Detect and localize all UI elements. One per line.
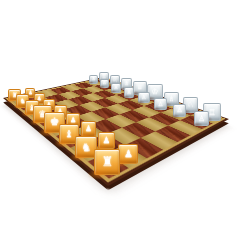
king-glyph: ♔ (151, 88, 158, 96)
king-glyph: ♚ (50, 117, 60, 128)
rook-glyph: ♖ (208, 108, 216, 117)
pawn-glyph: ♙ (177, 107, 183, 114)
bishop-glyph: ♗ (124, 81, 129, 87)
pawn-glyph: ♙ (127, 90, 132, 95)
white-pawn-cube[interactable]: ♙ (89, 75, 98, 84)
pawn-glyph: ♟ (124, 149, 133, 159)
pieces-layer: ♜♞♝♛♚♝♞♜♟♟♟♟♟♟♟♟♙♙♙♙♙♙♙♙♖♘♗♕♔♗♘♖ (0, 0, 240, 240)
white-pawn-cube[interactable]: ♙ (100, 79, 109, 88)
pawn-glyph: ♙ (102, 81, 106, 86)
white-pawn-cube[interactable]: ♙ (138, 92, 149, 103)
pawn-glyph: ♙ (158, 101, 164, 107)
white-pawn-cube[interactable]: ♙ (154, 98, 166, 110)
black-rook-cube[interactable]: ♜ (94, 149, 120, 175)
pawn-glyph: ♙ (114, 85, 118, 90)
pawn-glyph: ♙ (198, 115, 205, 123)
pawn-glyph: ♟ (103, 136, 111, 145)
black-pawn-cube[interactable]: ♟ (118, 144, 138, 164)
queen-glyph: ♕ (137, 84, 143, 91)
bishop-glyph: ♗ (168, 95, 174, 102)
knight-glyph: ♘ (187, 101, 194, 109)
white-pawn-cube[interactable]: ♙ (194, 111, 209, 126)
white-pawn-cube[interactable]: ♙ (111, 83, 121, 93)
white-pawn-cube[interactable]: ♙ (173, 104, 187, 118)
black-pawn-cube[interactable]: ♟ (98, 132, 116, 150)
rook-glyph: ♜ (102, 155, 114, 168)
chess-set-photo: ♜♞♝♛♚♝♞♜♟♟♟♟♟♟♟♟♙♙♙♙♙♙♙♙♖♘♗♕♔♗♘♖ (0, 0, 240, 240)
pawn-glyph: ♟ (70, 116, 76, 123)
knight-glyph: ♞ (81, 142, 91, 153)
pawn-glyph: ♙ (92, 77, 96, 81)
pawn-glyph: ♟ (85, 125, 92, 133)
bishop-glyph: ♝ (65, 129, 74, 139)
white-pawn-cube[interactable]: ♙ (124, 87, 135, 98)
pawn-glyph: ♙ (141, 95, 146, 101)
black-pawn-cube[interactable]: ♟ (81, 121, 97, 137)
